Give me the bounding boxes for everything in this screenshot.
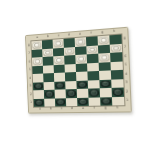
file-label-c: c [60,108,62,111]
file-label-c: c [58,35,60,38]
black-checker-h2[interactable] [113,89,123,96]
square-h2[interactable] [112,88,124,97]
rank-label-4: 4 [125,72,127,75]
file-label-e: e [82,107,84,110]
white-checker-g6[interactable] [99,54,109,61]
file-label-f: f [91,32,92,35]
file-label-b: b [47,35,49,38]
black-checker-c3[interactable] [55,82,64,89]
black-checker-d2[interactable] [67,90,76,97]
square-g3[interactable] [99,79,111,88]
file-label-e: e [79,33,81,36]
square-d2[interactable] [66,89,78,98]
square-c1[interactable] [55,98,66,107]
square-h1[interactable] [112,96,124,105]
black-checker-f2[interactable] [89,89,99,96]
board-grid [31,35,124,107]
black-checker-g3[interactable] [100,80,110,87]
white-checker-h7[interactable] [111,44,121,51]
white-checker-g8[interactable] [99,36,109,43]
square-f2[interactable] [88,88,100,97]
white-checker-a6[interactable] [33,58,42,65]
black-checker-c1[interactable] [56,99,65,106]
white-checker-a8[interactable] [32,42,41,49]
file-label-d: d [71,108,73,111]
rank-label-3: 3 [125,81,127,84]
file-label-h: h [113,30,115,33]
product-photo-background: abcdefgh abcdefgh 87654321 87654321 [0,0,150,150]
rank-label-7: 7 [124,46,126,50]
square-e3[interactable] [76,80,88,89]
square-a2[interactable] [33,90,44,99]
square-e1[interactable] [77,97,89,106]
rank-label-4: 4 [29,77,31,80]
square-g1[interactable] [100,97,112,106]
rank-label-8: 8 [123,37,125,41]
square-e2[interactable] [77,89,89,98]
file-label-a: a [39,108,41,111]
square-a1[interactable] [34,98,45,106]
black-checker-a3[interactable] [34,83,43,90]
square-d1[interactable] [66,97,78,106]
rank-label-6: 6 [124,55,126,58]
file-label-g: g [101,31,103,34]
square-g2[interactable] [100,88,112,97]
square-h3[interactable] [111,79,123,88]
square-b2[interactable] [44,90,55,99]
black-checker-e3[interactable] [77,81,87,88]
square-f1[interactable] [88,97,100,106]
rank-label-3: 3 [30,85,32,88]
rank-label-5: 5 [29,68,31,71]
square-d3[interactable] [65,80,77,89]
file-label-f: f [94,107,95,110]
rank-label-2: 2 [30,93,32,96]
black-checker-g1[interactable] [101,98,111,105]
white-checker-b7[interactable] [43,49,52,56]
white-checker-e6[interactable] [76,55,86,62]
square-f3[interactable] [88,80,100,89]
rank-label-8: 8 [28,44,30,47]
rank-label-1: 1 [30,101,32,104]
square-c2[interactable] [55,89,66,98]
white-checker-c6[interactable] [54,57,63,64]
file-labels-bottom: abcdefgh [35,107,124,112]
black-checker-b2[interactable] [45,91,54,98]
file-label-d: d [68,34,70,37]
rank-label-7: 7 [28,52,30,55]
white-checker-f7[interactable] [87,46,97,53]
rank-label-1: 1 [126,99,128,102]
white-checker-e8[interactable] [76,38,86,45]
black-checker-e1[interactable] [78,98,88,105]
rank-label-6: 6 [29,60,31,63]
rank-label-2: 2 [126,90,128,93]
file-label-a: a [36,36,38,39]
square-b1[interactable] [44,98,55,107]
file-label-g: g [105,107,107,110]
white-checker-d7[interactable] [65,48,74,55]
rank-label-5: 5 [124,64,126,67]
chess-mat: abcdefgh abcdefgh 87654321 87654321 [25,27,132,114]
black-checker-a1[interactable] [35,99,44,106]
white-checker-c8[interactable] [54,40,63,47]
file-label-h: h [116,107,118,110]
file-label-b: b [50,108,52,111]
